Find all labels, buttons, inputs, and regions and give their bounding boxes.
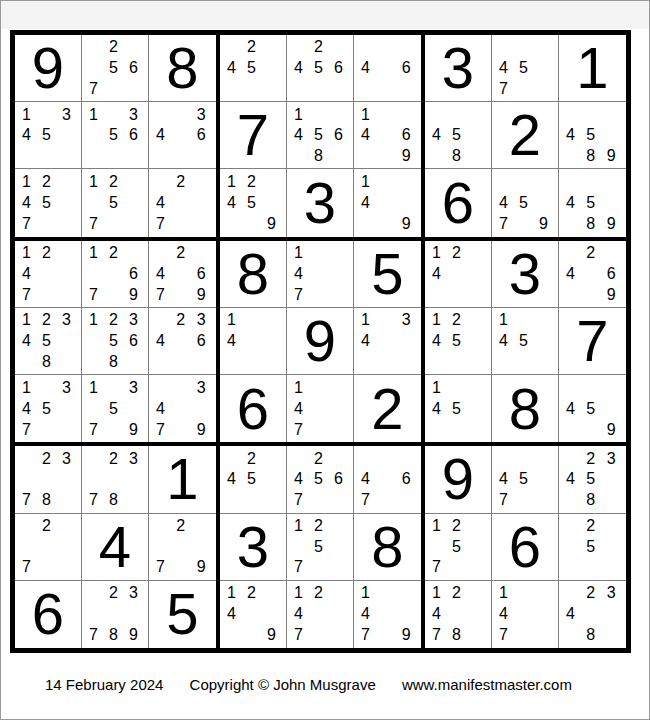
pencil-marks: 147: [287, 241, 353, 307]
candidate-digit: 8: [582, 625, 602, 646]
candidate-digit: 8: [105, 351, 125, 372]
candidate-digit: 5: [105, 331, 125, 352]
candidate-digit: 5: [243, 469, 263, 490]
candidate-digit: 7: [290, 419, 310, 440]
candidate-digit: 3: [603, 583, 623, 604]
candidate-digit: 7: [85, 214, 105, 235]
candidate-digit: 2: [105, 310, 125, 331]
pencil-marks: 346: [149, 102, 216, 168]
candidate-digit: 7: [152, 557, 172, 578]
candidate-digit: 5: [38, 398, 58, 419]
cell-r9c5: 1247: [287, 581, 354, 648]
cell-r4c5: 147: [287, 241, 354, 308]
candidate-digit: 3: [603, 448, 623, 469]
given-digit: 9: [15, 35, 81, 101]
candidate-digit: 7: [290, 625, 310, 646]
cell-r8c2: 4: [82, 514, 149, 581]
candidate-digit: 1: [85, 310, 105, 331]
pencil-marks: 1247: [15, 241, 81, 307]
cell-r6c3: 3479: [149, 375, 216, 442]
cell-r8c9: 25: [559, 514, 626, 581]
candidate-digit: 4: [152, 125, 172, 146]
candidate-digit: 2: [105, 448, 125, 469]
candidate-digit: 1: [357, 104, 377, 125]
pencil-marks: 123458: [15, 308, 81, 374]
candidate-digit: 1: [18, 243, 38, 264]
cell-r7c9: 23458: [559, 446, 626, 513]
cell-r6c9: 459: [559, 375, 626, 442]
candidate-digit: 7: [152, 419, 172, 440]
candidate-digit: 3: [125, 377, 145, 398]
pencil-marks: 1249: [220, 581, 286, 648]
candidate-digit: 2: [38, 171, 58, 192]
candidate-digit: 6: [330, 469, 350, 490]
pencil-marks: 467: [354, 446, 421, 512]
candidate-digit: 9: [398, 625, 418, 646]
candidate-digit: 7: [85, 284, 105, 305]
cell-r4c3: 24679: [149, 241, 216, 308]
candidate-digit: 5: [582, 193, 602, 214]
given-digit: 3: [287, 169, 353, 236]
cell-r4c1: 1247: [15, 241, 82, 308]
candidate-digit: 4: [290, 263, 310, 284]
candidate-digit: 7: [85, 78, 105, 99]
given-digit: 9: [425, 446, 491, 512]
given-digit: 3: [220, 514, 286, 580]
candidate-digit: 3: [125, 104, 145, 125]
cell-r6c2: 13579: [82, 375, 149, 442]
cell-r1c8: 457: [492, 35, 559, 102]
pencil-marks: 1257: [82, 169, 148, 236]
candidate-digit: 8: [38, 351, 58, 372]
candidate-digit: 7: [290, 490, 310, 511]
candidate-digit: 2: [582, 516, 602, 537]
candidate-digit: 1: [290, 104, 310, 125]
candidate-digit: 7: [495, 490, 515, 511]
cell-r9c4: 1249: [220, 581, 287, 648]
pencil-marks: 457: [492, 446, 558, 512]
given-digit: 2: [492, 102, 558, 168]
pencil-marks: 2567: [82, 35, 148, 101]
given-digit: 3: [492, 241, 558, 307]
pencil-marks: 1257: [425, 514, 491, 580]
top-margin-strip: [1, 1, 649, 29]
cell-r9c8: 147: [492, 581, 559, 648]
candidate-digit: 6: [125, 331, 145, 352]
pencil-marks: 1479: [354, 581, 421, 648]
cell-r8c7: 1257: [425, 514, 492, 581]
candidate-digit: 3: [125, 448, 145, 469]
cell-r7c5: 24567: [287, 446, 354, 513]
candidate-digit: 2: [448, 310, 468, 331]
candidate-digit: 4: [428, 398, 448, 419]
pencil-marks: 23789: [82, 581, 148, 648]
cell-r1c5: 2456: [287, 35, 354, 102]
footer: 14 February 2024 Copyright © John Musgra…: [45, 676, 572, 693]
cell-r4c2: 12679: [82, 241, 149, 308]
candidate-digit: 2: [243, 171, 263, 192]
candidate-digit: 4: [290, 58, 310, 79]
candidate-digit: 1: [290, 516, 310, 537]
cell-r9c1: 6: [15, 581, 82, 648]
box-2: 2452456467145681469124593149: [218, 33, 423, 239]
cell-r7c8: 457: [492, 446, 559, 513]
pencil-marks: 24567: [287, 446, 353, 512]
box-3: 3457145824589645794589: [423, 33, 628, 239]
candidate-digit: 5: [38, 331, 58, 352]
pencil-marks: 147: [287, 375, 353, 442]
candidate-digit: 4: [357, 331, 377, 352]
pencil-marks: 149: [354, 169, 421, 236]
candidate-digit: 3: [58, 448, 78, 469]
candidate-digit: 4: [152, 263, 172, 284]
candidate-digit: 4: [428, 263, 448, 284]
cell-r9c7: 12478: [425, 581, 492, 648]
given-digit: 9: [287, 308, 353, 374]
candidate-digit: 5: [582, 398, 602, 419]
cell-r1c4: 245: [220, 35, 287, 102]
candidate-digit: 5: [582, 536, 602, 557]
pencil-marks: 145: [492, 308, 558, 374]
candidate-digit: 1: [428, 516, 448, 537]
candidate-digit: 6: [193, 263, 213, 284]
candidate-digit: 9: [603, 284, 623, 305]
candidate-digit: 9: [398, 146, 418, 167]
candidate-digit: 8: [105, 625, 125, 646]
candidate-digit: 2: [310, 37, 330, 58]
candidate-digit: 3: [193, 377, 213, 398]
candidate-digit: 5: [310, 125, 330, 146]
candidate-digit: 9: [603, 419, 623, 440]
candidate-digit: 2: [243, 448, 263, 469]
cell-r8c5: 1257: [287, 514, 354, 581]
pencil-marks: 459: [559, 375, 626, 442]
candidate-digit: 9: [263, 625, 283, 646]
candidate-digit: 2: [582, 448, 602, 469]
candidate-digit: 2: [172, 310, 192, 331]
candidate-digit: 7: [495, 78, 515, 99]
cell-r2c8: 2: [492, 102, 559, 169]
cell-r1c7: 3: [425, 35, 492, 102]
candidate-digit: 9: [263, 214, 283, 235]
candidate-digit: 4: [428, 331, 448, 352]
cell-r2c5: 14568: [287, 102, 354, 169]
candidate-digit: 2: [172, 243, 192, 264]
cell-r1c6: 46: [354, 35, 421, 102]
candidate-digit: 1: [357, 583, 377, 604]
candidate-digit: 5: [582, 469, 602, 490]
candidate-digit: 4: [152, 331, 172, 352]
cell-r3c7: 6: [425, 169, 492, 236]
pencil-marks: 2346: [149, 308, 216, 374]
pencil-marks: 279: [149, 514, 216, 580]
cell-r2c3: 346: [149, 102, 216, 169]
candidate-digit: 1: [357, 171, 377, 192]
candidate-digit: 4: [18, 193, 38, 214]
cell-r8c1: 27: [15, 514, 82, 581]
candidate-digit: 5: [105, 125, 125, 146]
candidate-digit: 7: [495, 214, 515, 235]
cell-r6c5: 147: [287, 375, 354, 442]
candidate-digit: 9: [125, 419, 145, 440]
cell-r6c8: 8: [492, 375, 559, 442]
pencil-marks: 145: [425, 375, 491, 442]
pencil-marks: 2378: [82, 446, 148, 512]
candidate-digit: 2: [105, 243, 125, 264]
cell-r2c6: 1469: [354, 102, 421, 169]
candidate-digit: 4: [223, 193, 243, 214]
sudoku-board: 9256781345135634612457125724724524564671…: [10, 30, 631, 653]
candidate-digit: 7: [152, 214, 172, 235]
candidate-digit: 2: [310, 583, 330, 604]
candidate-digit: 6: [398, 469, 418, 490]
cell-r3c9: 4589: [559, 169, 626, 236]
candidate-digit: 4: [18, 263, 38, 284]
candidate-digit: 6: [398, 58, 418, 79]
cell-r5c7: 1245: [425, 308, 492, 375]
given-digit: 6: [220, 375, 286, 442]
candidate-digit: 5: [310, 469, 330, 490]
candidate-digit: 9: [125, 284, 145, 305]
candidate-digit: 1: [428, 310, 448, 331]
candidate-digit: 7: [85, 419, 105, 440]
cell-r5c2: 123568: [82, 308, 149, 375]
candidate-digit: 7: [495, 625, 515, 646]
candidate-digit: 4: [357, 193, 377, 214]
candidate-digit: 5: [448, 536, 468, 557]
cell-r3c8: 4579: [492, 169, 559, 236]
candidate-digit: 1: [18, 310, 38, 331]
cell-r1c3: 8: [149, 35, 216, 102]
given-digit: 3: [425, 35, 491, 101]
pencil-marks: 12459: [220, 169, 286, 236]
candidate-digit: 3: [193, 310, 213, 331]
given-digit: 7: [559, 308, 626, 374]
candidate-digit: 4: [562, 604, 582, 625]
candidate-digit: 2: [38, 310, 58, 331]
pencil-marks: 24679: [149, 241, 216, 307]
candidate-digit: 4: [152, 398, 172, 419]
cell-r8c6: 8: [354, 514, 421, 581]
candidate-digit: 5: [515, 331, 535, 352]
candidate-digit: 5: [105, 193, 125, 214]
candidate-digit: 8: [448, 146, 468, 167]
cell-r6c7: 145: [425, 375, 492, 442]
cell-r1c1: 9: [15, 35, 82, 102]
given-digit: 7: [220, 102, 286, 168]
pencil-marks: 2456: [287, 35, 353, 101]
candidate-digit: 8: [38, 490, 58, 511]
candidate-digit: 4: [562, 193, 582, 214]
candidate-digit: 1: [18, 171, 38, 192]
candidate-digit: 2: [38, 516, 58, 537]
given-digit: 1: [149, 446, 216, 512]
candidate-digit: 2: [582, 243, 602, 264]
pencil-marks: 4589: [559, 102, 626, 168]
candidate-digit: 4: [223, 604, 243, 625]
pencil-marks: 134: [354, 308, 421, 374]
candidate-digit: 9: [125, 625, 145, 646]
pencil-marks: 14: [220, 308, 286, 374]
candidate-digit: 2: [310, 448, 330, 469]
candidate-digit: 6: [330, 58, 350, 79]
candidate-digit: 1: [223, 171, 243, 192]
candidate-digit: 8: [582, 214, 602, 235]
cell-r3c5: 3: [287, 169, 354, 236]
pencil-marks: 4589: [559, 169, 626, 236]
pencil-marks: 1247: [287, 581, 353, 648]
candidate-digit: 9: [603, 146, 623, 167]
cell-r3c6: 149: [354, 169, 421, 236]
candidate-digit: 1: [223, 310, 243, 331]
candidate-digit: 4: [495, 469, 515, 490]
candidate-digit: 4: [357, 58, 377, 79]
candidate-digit: 1: [290, 377, 310, 398]
pencil-marks: 123568: [82, 308, 148, 374]
cell-r6c6: 2: [354, 375, 421, 442]
candidate-digit: 4: [290, 604, 310, 625]
candidate-digit: 4: [562, 263, 582, 284]
candidate-digit: 6: [193, 331, 213, 352]
candidate-digit: 3: [58, 310, 78, 331]
candidate-digit: 1: [428, 243, 448, 264]
given-digit: 5: [354, 241, 421, 307]
pencil-marks: 46: [354, 35, 421, 101]
candidate-digit: 6: [330, 125, 350, 146]
candidate-digit: 2: [172, 516, 192, 537]
given-digit: 6: [425, 169, 491, 236]
candidate-digit: 2: [105, 37, 125, 58]
candidate-digit: 5: [243, 58, 263, 79]
cell-r8c8: 6: [492, 514, 559, 581]
cell-r4c7: 124: [425, 241, 492, 308]
cell-r1c2: 2567: [82, 35, 149, 102]
given-digit: 5: [149, 581, 216, 648]
pencil-marks: 14568: [287, 102, 353, 168]
candidate-digit: 9: [193, 284, 213, 305]
candidate-digit: 7: [152, 284, 172, 305]
pencil-marks: 13457: [15, 375, 81, 442]
cell-r6c4: 6: [220, 375, 287, 442]
pencil-marks: 3479: [149, 375, 216, 442]
cell-r9c6: 1479: [354, 581, 421, 648]
pencil-marks: 245: [220, 446, 286, 512]
candidate-digit: 4: [18, 125, 38, 146]
pencil-marks: 147: [492, 581, 558, 648]
given-digit: 4: [82, 514, 148, 580]
candidate-digit: 1: [18, 104, 38, 125]
candidate-digit: 3: [125, 583, 145, 604]
candidate-digit: 5: [582, 125, 602, 146]
pencil-marks: 247: [149, 169, 216, 236]
pencil-marks: 2469: [559, 241, 626, 307]
pencil-marks: 1469: [354, 102, 421, 168]
cell-r9c9: 2348: [559, 581, 626, 648]
candidate-digit: 3: [125, 310, 145, 331]
cell-r5c8: 145: [492, 308, 559, 375]
pencil-marks: 23458: [559, 446, 626, 512]
footer-copyright: Copyright © John Musgrave: [190, 676, 376, 693]
candidate-digit: 2: [310, 516, 330, 537]
candidate-digit: 1: [495, 310, 515, 331]
given-digit: 1: [559, 35, 626, 101]
candidate-digit: 2: [582, 583, 602, 604]
candidate-digit: 7: [18, 284, 38, 305]
candidate-digit: 4: [223, 469, 243, 490]
candidate-digit: 1: [223, 583, 243, 604]
candidate-digit: 1: [357, 310, 377, 331]
cell-r3c3: 247: [149, 169, 216, 236]
cell-r4c4: 8: [220, 241, 287, 308]
candidate-digit: 1: [428, 583, 448, 604]
pencil-marks: 2348: [559, 581, 626, 648]
pencil-marks: 27: [15, 514, 81, 580]
pencil-marks: 12478: [425, 581, 491, 648]
candidate-digit: 8: [310, 146, 330, 167]
candidate-digit: 7: [428, 625, 448, 646]
candidate-digit: 4: [562, 469, 582, 490]
candidate-digit: 5: [310, 58, 330, 79]
cell-r6c1: 13457: [15, 375, 82, 442]
candidate-digit: 9: [603, 214, 623, 235]
pencil-marks: 12679: [82, 241, 148, 307]
given-digit: 8: [220, 241, 286, 307]
cell-r7c1: 2378: [15, 446, 82, 513]
candidate-digit: 1: [85, 171, 105, 192]
candidate-digit: 7: [357, 490, 377, 511]
candidate-digit: 4: [495, 331, 515, 352]
cell-r4c8: 3: [492, 241, 559, 308]
pencil-marks: 245: [220, 35, 286, 101]
pencil-marks: 124: [425, 241, 491, 307]
given-digit: 6: [492, 514, 558, 580]
candidate-digit: 7: [290, 284, 310, 305]
candidate-digit: 5: [105, 398, 125, 419]
candidate-digit: 5: [448, 331, 468, 352]
candidate-digit: 2: [448, 583, 468, 604]
candidate-digit: 2: [243, 583, 263, 604]
candidate-digit: 2: [38, 448, 58, 469]
candidate-digit: 1: [290, 583, 310, 604]
box-1: 92567813451356346124571257247: [13, 33, 218, 239]
box-8: 24524567467312578124912471479: [218, 444, 423, 650]
cell-r2c2: 1356: [82, 102, 149, 169]
pencil-marks: 2378: [15, 446, 81, 512]
candidate-digit: 1: [85, 104, 105, 125]
cell-r1c9: 1: [559, 35, 626, 102]
candidate-digit: 6: [193, 125, 213, 146]
candidate-digit: 8: [582, 146, 602, 167]
pencil-marks: 457: [492, 35, 558, 101]
candidate-digit: 6: [398, 125, 418, 146]
footer-website: www.manifestmaster.com: [402, 676, 572, 693]
candidate-digit: 3: [58, 104, 78, 125]
candidate-digit: 1: [85, 377, 105, 398]
given-digit: 8: [354, 514, 421, 580]
candidate-digit: 9: [398, 214, 418, 235]
candidate-digit: 4: [290, 125, 310, 146]
cell-r5c6: 134: [354, 308, 421, 375]
pencil-marks: 25: [559, 514, 626, 580]
cell-r8c3: 279: [149, 514, 216, 581]
candidate-digit: 4: [495, 193, 515, 214]
cell-r3c2: 1257: [82, 169, 149, 236]
given-digit: 8: [492, 375, 558, 442]
given-digit: 2: [354, 375, 421, 442]
candidate-digit: 5: [38, 125, 58, 146]
candidate-digit: 9: [193, 557, 213, 578]
cell-r2c9: 4589: [559, 102, 626, 169]
